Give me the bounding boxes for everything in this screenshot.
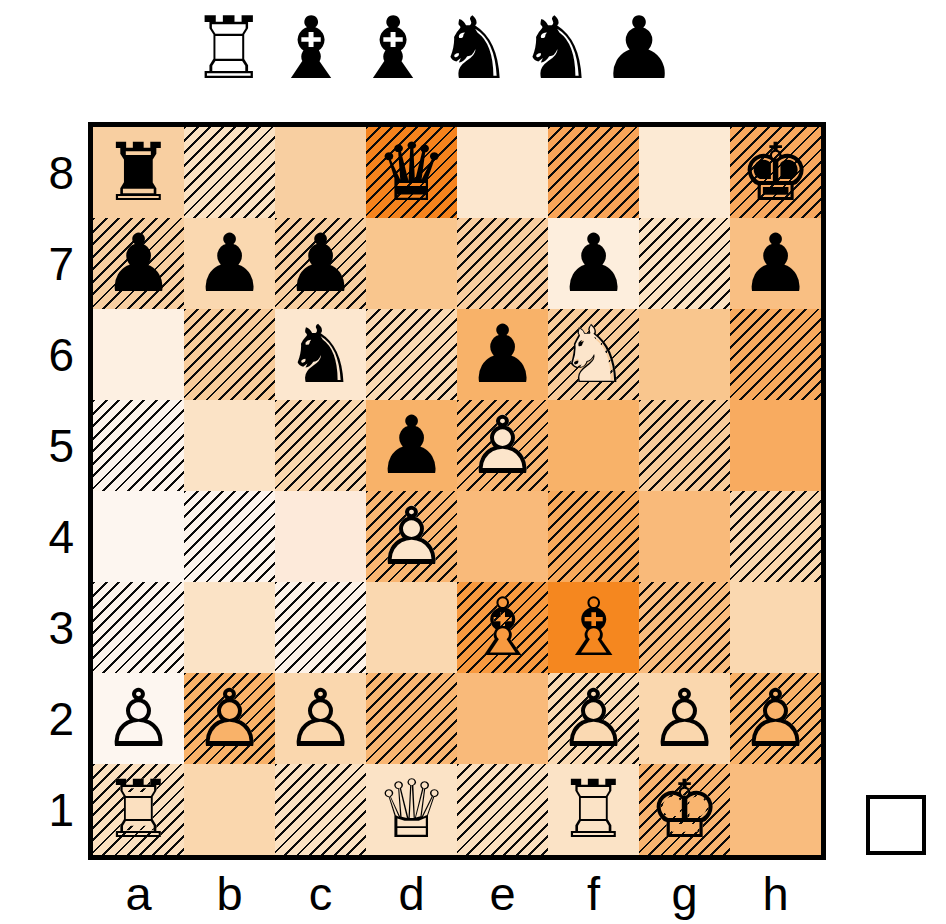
square-b8[interactable] xyxy=(184,127,275,218)
black-knight-captured-piece: ♞ xyxy=(516,4,598,92)
square-e5[interactable]: ♟♙ xyxy=(457,400,548,491)
black-pawn-piece[interactable]: ♟ xyxy=(548,218,639,309)
white-pawn-piece[interactable]: ♟♙ xyxy=(275,673,366,764)
black-piece-glyph: ♟ xyxy=(366,400,457,491)
black-pawn-piece[interactable]: ♟ xyxy=(184,218,275,309)
square-g5[interactable] xyxy=(639,400,730,491)
square-f7[interactable]: ♟ xyxy=(548,218,639,309)
rank-label-3: 3 xyxy=(0,582,74,673)
square-h5[interactable] xyxy=(730,400,821,491)
square-g2[interactable]: ♟♙ xyxy=(639,673,730,764)
square-h1[interactable] xyxy=(730,764,821,855)
black-piece-glyph: ♛ xyxy=(366,127,457,218)
square-g6[interactable] xyxy=(639,309,730,400)
square-a8[interactable]: ♜ xyxy=(93,127,184,218)
square-a1[interactable]: ♜♖ xyxy=(93,764,184,855)
square-d1[interactable]: ♛♕ xyxy=(366,764,457,855)
file-label-e: e xyxy=(457,868,548,920)
square-b6[interactable] xyxy=(184,309,275,400)
file-label-h: h xyxy=(730,868,821,920)
black-bishop-captured-piece: ♝ xyxy=(270,4,352,92)
square-c7[interactable]: ♟ xyxy=(275,218,366,309)
square-b3[interactable] xyxy=(184,582,275,673)
square-b4[interactable] xyxy=(184,491,275,582)
white-piece-outline: ♙ xyxy=(93,673,184,764)
square-d3[interactable] xyxy=(366,582,457,673)
white-pawn-piece[interactable]: ♟♙ xyxy=(548,673,639,764)
black-piece-glyph: ♜ xyxy=(93,127,184,218)
square-f6[interactable]: ♞♘ xyxy=(548,309,639,400)
square-c8[interactable] xyxy=(275,127,366,218)
white-pawn-piece[interactable]: ♟♙ xyxy=(639,673,730,764)
square-c2[interactable]: ♟♙ xyxy=(275,673,366,764)
square-h8[interactable]: ♚ xyxy=(730,127,821,218)
square-a3[interactable] xyxy=(93,582,184,673)
rank-label-8: 8 xyxy=(0,127,74,218)
square-c3[interactable] xyxy=(275,582,366,673)
white-rook-piece[interactable]: ♜♖ xyxy=(93,764,184,855)
black-rook-piece[interactable]: ♜ xyxy=(93,127,184,218)
square-c6[interactable]: ♞ xyxy=(275,309,366,400)
square-h3[interactable] xyxy=(730,582,821,673)
white-king-piece[interactable]: ♚♔ xyxy=(639,764,730,855)
file-labels: abcdefgh xyxy=(93,868,821,920)
file-label-g: g xyxy=(639,868,730,920)
white-piece-outline: ♙ xyxy=(184,673,275,764)
rank-label-5: 5 xyxy=(0,400,74,491)
file-label-a: a xyxy=(93,868,184,920)
square-e2[interactable] xyxy=(457,673,548,764)
square-d7[interactable] xyxy=(366,218,457,309)
black-piece-glyph: ♟ xyxy=(275,218,366,309)
black-pawn-piece[interactable]: ♟ xyxy=(275,218,366,309)
square-d2[interactable] xyxy=(366,673,457,764)
square-c5[interactable] xyxy=(275,400,366,491)
rank-label-6: 6 xyxy=(0,309,74,400)
square-f5[interactable] xyxy=(548,400,639,491)
white-rook-captured-piece: ♖ xyxy=(188,4,270,92)
rank-labels: 87654321 xyxy=(0,127,74,855)
square-f2[interactable]: ♟♙ xyxy=(548,673,639,764)
white-piece-outline: ♙ xyxy=(548,673,639,764)
white-bishop-piece[interactable]: ♝♗ xyxy=(457,582,548,673)
black-pawn-piece[interactable]: ♟ xyxy=(366,400,457,491)
rank-label-2: 2 xyxy=(0,673,74,764)
black-bishop-captured-piece: ♝ xyxy=(352,4,434,92)
square-f4[interactable] xyxy=(548,491,639,582)
white-piece-outline: ♙ xyxy=(366,491,457,582)
black-piece-glyph: ♟ xyxy=(548,218,639,309)
square-h7[interactable]: ♟ xyxy=(730,218,821,309)
square-a5[interactable] xyxy=(93,400,184,491)
rank-label-1: 1 xyxy=(0,764,74,855)
white-pawn-piece[interactable]: ♟♙ xyxy=(730,673,821,764)
file-label-c: c xyxy=(275,868,366,920)
square-d8[interactable]: ♛ xyxy=(366,127,457,218)
square-g8[interactable] xyxy=(639,127,730,218)
black-pawn-captured-piece: ♟ xyxy=(598,4,680,92)
white-piece-outline: ♙ xyxy=(730,673,821,764)
square-h2[interactable]: ♟♙ xyxy=(730,673,821,764)
white-knight-piece[interactable]: ♞♘ xyxy=(548,309,639,400)
side-to-move-indicator xyxy=(866,795,926,855)
white-bishop-piece[interactable]: ♝♗ xyxy=(548,582,639,673)
square-h6[interactable] xyxy=(730,309,821,400)
white-pawn-piece[interactable]: ♟♙ xyxy=(93,673,184,764)
black-knight-captured-piece: ♞ xyxy=(434,4,516,92)
black-piece-glyph: ♟ xyxy=(93,218,184,309)
white-pawn-piece[interactable]: ♟♙ xyxy=(457,400,548,491)
white-piece-outline: ♙ xyxy=(275,673,366,764)
black-piece-glyph: ♞ xyxy=(275,309,366,400)
square-e8[interactable] xyxy=(457,127,548,218)
file-label-f: f xyxy=(548,868,639,920)
square-d6[interactable] xyxy=(366,309,457,400)
white-rook-piece[interactable]: ♜♖ xyxy=(548,764,639,855)
white-piece-outline: ♙ xyxy=(639,673,730,764)
white-pawn-piece[interactable]: ♟♙ xyxy=(366,491,457,582)
white-piece-outline: ♔ xyxy=(639,764,730,855)
square-d4[interactable]: ♟♙ xyxy=(366,491,457,582)
white-piece-outline: ♖ xyxy=(548,764,639,855)
square-f8[interactable] xyxy=(548,127,639,218)
square-a6[interactable] xyxy=(93,309,184,400)
square-f3[interactable]: ♝♗ xyxy=(548,582,639,673)
square-a2[interactable]: ♟♙ xyxy=(93,673,184,764)
square-e1[interactable] xyxy=(457,764,548,855)
square-e6[interactable]: ♟ xyxy=(457,309,548,400)
black-pawn-piece[interactable]: ♟ xyxy=(730,218,821,309)
square-c1[interactable] xyxy=(275,764,366,855)
black-piece-glyph: ♟ xyxy=(184,218,275,309)
black-piece-glyph: ♟ xyxy=(730,218,821,309)
square-b1[interactable] xyxy=(184,764,275,855)
chess-board: ♜♛♚♟♟♟♟♟♞♟♞♘♟♟♙♟♙♝♗♝♗♟♙♟♙♟♙♟♙♟♙♟♙♜♖♛♕♜♖♚… xyxy=(88,122,826,860)
file-label-d: d xyxy=(366,868,457,920)
square-b5[interactable] xyxy=(184,400,275,491)
square-e7[interactable] xyxy=(457,218,548,309)
square-e4[interactable] xyxy=(457,491,548,582)
square-g3[interactable] xyxy=(639,582,730,673)
square-c4[interactable] xyxy=(275,491,366,582)
white-queen-piece[interactable]: ♛♕ xyxy=(366,764,457,855)
file-label-b: b xyxy=(184,868,275,920)
white-piece-outline: ♖ xyxy=(93,764,184,855)
white-piece-outline: ♕ xyxy=(366,764,457,855)
square-a4[interactable] xyxy=(93,491,184,582)
captured-pieces-row: ♖♝♝♞♞♟ xyxy=(188,4,680,92)
square-e3[interactable]: ♝♗ xyxy=(457,582,548,673)
white-piece-outline: ♗ xyxy=(548,582,639,673)
square-d5[interactable]: ♟ xyxy=(366,400,457,491)
square-g4[interactable] xyxy=(639,491,730,582)
black-knight-piece[interactable]: ♞ xyxy=(275,309,366,400)
black-king-piece[interactable]: ♚ xyxy=(730,127,821,218)
square-b7[interactable]: ♟ xyxy=(184,218,275,309)
white-piece-outline: ♗ xyxy=(457,582,548,673)
black-piece-glyph: ♟ xyxy=(457,309,548,400)
black-queen-piece[interactable]: ♛ xyxy=(366,127,457,218)
white-piece-outline: ♙ xyxy=(457,400,548,491)
square-h4[interactable] xyxy=(730,491,821,582)
black-pawn-piece[interactable]: ♟ xyxy=(457,309,548,400)
square-f1[interactable]: ♜♖ xyxy=(548,764,639,855)
square-g7[interactable] xyxy=(639,218,730,309)
square-g1[interactable]: ♚♔ xyxy=(639,764,730,855)
square-b2[interactable]: ♟♙ xyxy=(184,673,275,764)
black-piece-glyph: ♚ xyxy=(730,127,821,218)
square-a7[interactable]: ♟ xyxy=(93,218,184,309)
white-piece-outline: ♘ xyxy=(548,309,639,400)
white-pawn-piece[interactable]: ♟♙ xyxy=(184,673,275,764)
rank-label-4: 4 xyxy=(0,491,74,582)
rank-label-7: 7 xyxy=(0,218,74,309)
black-pawn-piece[interactable]: ♟ xyxy=(93,218,184,309)
